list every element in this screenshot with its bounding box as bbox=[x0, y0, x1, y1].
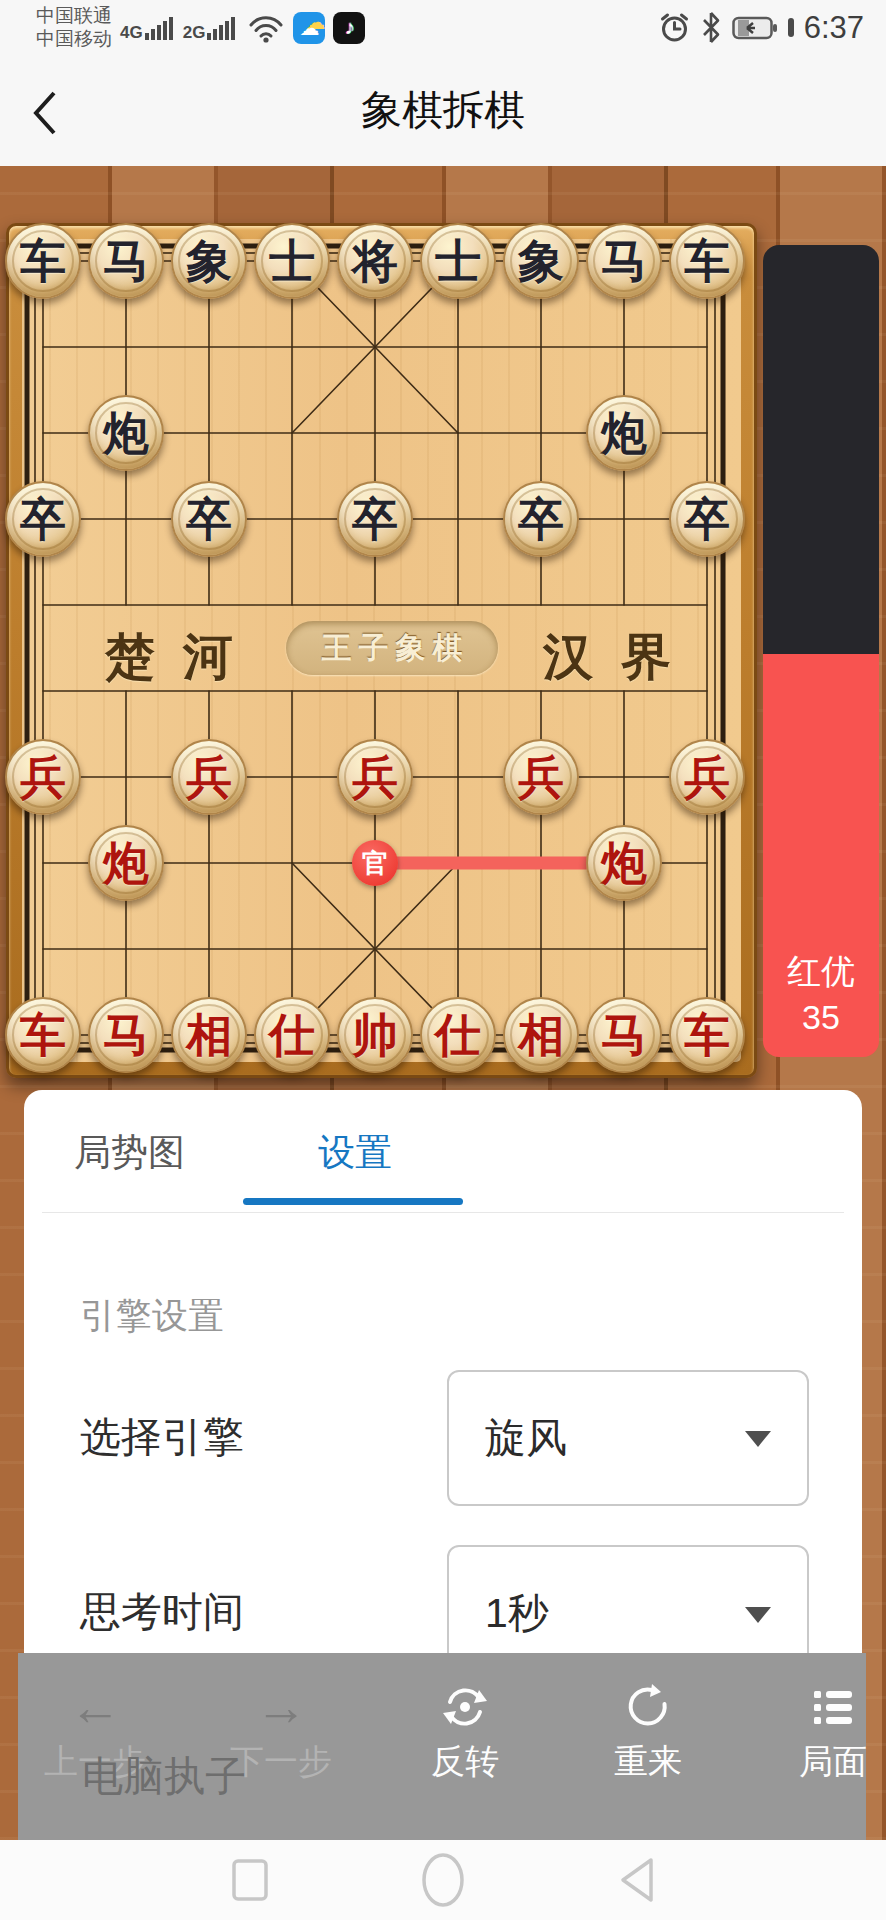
carrier-names: 中国联通 中国移动 bbox=[36, 5, 112, 51]
engine-settings-section-label: 引擎设置 bbox=[80, 1292, 224, 1341]
piece-glyph: 兵 bbox=[684, 754, 730, 800]
river-text-left: 楚河 bbox=[105, 624, 261, 691]
recents-square-icon[interactable] bbox=[230, 1857, 270, 1903]
eval-side-label: 红优 bbox=[763, 949, 879, 995]
tab-divider bbox=[42, 1212, 844, 1213]
piece-black-n-f1r0[interactable]: 马 bbox=[88, 223, 164, 299]
status-bar: 中国联通 中国移动 4G 2G ☁ ♪ bbox=[0, 0, 886, 55]
bluetooth-icon bbox=[700, 12, 722, 43]
network-type-2: 2G bbox=[183, 24, 206, 41]
piece-glyph: 兵 bbox=[20, 754, 66, 800]
piece-red-p-f2r6[interactable]: 兵 bbox=[171, 739, 247, 815]
engine-select-label: 选择引擎 bbox=[80, 1410, 244, 1465]
piece-glyph: 卒 bbox=[186, 496, 232, 542]
restart-button[interactable]: 重来 bbox=[568, 1679, 728, 1785]
eval-black-segment bbox=[763, 245, 879, 654]
status-time: 6:37 bbox=[804, 10, 864, 46]
piece-glyph: 士 bbox=[269, 238, 315, 284]
screen: 中国联通 中国移动 4G 2G ☁ ♪ bbox=[0, 0, 886, 1920]
position-list-icon bbox=[808, 1685, 858, 1729]
piece-red-b-f6r9[interactable]: 相 bbox=[503, 997, 579, 1073]
flip-refresh-icon bbox=[440, 1682, 490, 1732]
restart-icon bbox=[623, 1682, 673, 1732]
eval-value: 35 bbox=[763, 995, 879, 1041]
piece-red-p-f6r6[interactable]: 兵 bbox=[503, 739, 579, 815]
piece-black-k-f4r0[interactable]: 将 bbox=[337, 223, 413, 299]
tab-settings[interactable]: 设置 bbox=[318, 1128, 392, 1178]
piece-black-a-f5r0[interactable]: 士 bbox=[420, 223, 496, 299]
piece-black-p-f4r3[interactable]: 卒 bbox=[337, 481, 413, 557]
bottom-toolbar: 电脑执子 ← 上一步 → 下一步 反转 bbox=[18, 1653, 866, 1840]
carrier-2: 中国移动 bbox=[36, 28, 112, 51]
piece-black-p-f0r3[interactable]: 卒 bbox=[5, 481, 81, 557]
piece-glyph: 象 bbox=[186, 238, 232, 284]
piece-glyph: 相 bbox=[518, 1012, 564, 1058]
title-bar: 象棋拆棋 bbox=[0, 55, 886, 166]
best-move-badge: 官 bbox=[352, 840, 398, 886]
piece-red-b-f2r9[interactable]: 相 bbox=[171, 997, 247, 1073]
eval-red-segment: 红优 35 bbox=[763, 654, 879, 1057]
signal-bars-icon bbox=[145, 14, 175, 41]
piece-black-p-f8r3[interactable]: 卒 bbox=[669, 481, 745, 557]
battery-level-bar bbox=[788, 18, 794, 37]
piece-red-n-f7r9[interactable]: 马 bbox=[586, 997, 662, 1073]
piece-glyph: 象 bbox=[518, 238, 564, 284]
piece-glyph: 马 bbox=[103, 1012, 149, 1058]
piece-glyph: 车 bbox=[20, 238, 66, 284]
engine-select-dropdown[interactable]: 旋风 bbox=[447, 1370, 809, 1506]
piece-red-p-f0r6[interactable]: 兵 bbox=[5, 739, 81, 815]
piece-red-c-f1r7[interactable]: 炮 bbox=[88, 825, 164, 901]
piece-glyph: 卒 bbox=[20, 496, 66, 542]
piece-glyph: 卒 bbox=[684, 496, 730, 542]
think-time-label: 思考时间 bbox=[80, 1585, 244, 1640]
piece-glyph: 士 bbox=[435, 238, 481, 284]
piece-black-r-f8r0[interactable]: 车 bbox=[669, 223, 745, 299]
network-type-1: 4G bbox=[120, 24, 143, 41]
river-plaque: 王子象棋 bbox=[286, 621, 498, 675]
home-circle-icon[interactable] bbox=[419, 1851, 467, 1909]
flip-board-label: 反转 bbox=[431, 1739, 499, 1785]
computer-side-label-partially-hidden: 电脑执子 bbox=[82, 1749, 246, 1804]
page-title: 象棋拆棋 bbox=[0, 55, 886, 166]
signal-group-2: 2G bbox=[183, 14, 238, 41]
piece-glyph: 卒 bbox=[518, 496, 564, 542]
piece-red-p-f4r6[interactable]: 兵 bbox=[337, 739, 413, 815]
piece-glyph: 马 bbox=[103, 238, 149, 284]
piece-glyph: 帅 bbox=[352, 1012, 398, 1058]
piece-black-a-f3r0[interactable]: 士 bbox=[254, 223, 330, 299]
piece-black-c-f7r2[interactable]: 炮 bbox=[586, 395, 662, 471]
piece-red-a-f3r9[interactable]: 仕 bbox=[254, 997, 330, 1073]
signal-group-1: 4G bbox=[120, 14, 175, 41]
alarm-icon bbox=[659, 12, 690, 43]
piece-red-c-f7r7[interactable]: 炮 bbox=[586, 825, 662, 901]
piece-black-r-f0r0[interactable]: 车 bbox=[5, 223, 81, 299]
arrow-left-icon: ← bbox=[69, 1681, 121, 1733]
piece-glyph: 兵 bbox=[352, 754, 398, 800]
restart-label: 重来 bbox=[614, 1739, 682, 1785]
piece-glyph: 炮 bbox=[103, 840, 149, 886]
wifi-icon bbox=[247, 13, 285, 43]
piece-glyph: 兵 bbox=[518, 754, 564, 800]
piece-red-n-f1r9[interactable]: 马 bbox=[88, 997, 164, 1073]
chevron-down-icon bbox=[745, 1431, 771, 1447]
piece-glyph: 卒 bbox=[352, 496, 398, 542]
piece-red-r-f0r9[interactable]: 车 bbox=[5, 997, 81, 1073]
signal-bars-icon bbox=[207, 14, 237, 41]
active-tab-underline bbox=[243, 1198, 463, 1205]
tiktok-app-icon: ♪ bbox=[333, 12, 365, 44]
piece-glyph: 马 bbox=[601, 1012, 647, 1058]
piece-glyph: 炮 bbox=[601, 410, 647, 456]
piece-red-p-f8r6[interactable]: 兵 bbox=[669, 739, 745, 815]
tab-situation-map[interactable]: 局势图 bbox=[74, 1128, 185, 1178]
chevron-down-icon bbox=[745, 1607, 771, 1623]
piece-glyph: 马 bbox=[601, 238, 647, 284]
river-plaque-text: 王子象棋 bbox=[315, 628, 470, 669]
position-list-button[interactable]: 局面 bbox=[753, 1679, 886, 1785]
position-list-label: 局面 bbox=[799, 1739, 867, 1785]
piece-glyph: 仕 bbox=[435, 1012, 481, 1058]
flip-board-button[interactable]: 反转 bbox=[385, 1679, 545, 1785]
piece-glyph: 车 bbox=[684, 238, 730, 284]
carrier-1: 中国联通 bbox=[36, 5, 112, 28]
piece-red-r-f8r9[interactable]: 车 bbox=[669, 997, 745, 1073]
engine-select-value: 旋风 bbox=[485, 1372, 567, 1504]
river-text-right: 汉界 bbox=[543, 624, 699, 691]
piece-red-k-f4r9[interactable]: 帅 bbox=[337, 997, 413, 1073]
piece-black-b-f2r0[interactable]: 象 bbox=[171, 223, 247, 299]
piece-black-n-f7r0[interactable]: 马 bbox=[586, 223, 662, 299]
piece-black-p-f6r3[interactable]: 卒 bbox=[503, 481, 579, 557]
evaluation-bar: 红优 35 bbox=[763, 245, 879, 1057]
piece-black-p-f2r3[interactable]: 卒 bbox=[171, 481, 247, 557]
android-nav-bar bbox=[0, 1840, 886, 1920]
piece-glyph: 车 bbox=[20, 1012, 66, 1058]
arrow-right-icon: → bbox=[255, 1681, 307, 1733]
piece-glyph: 车 bbox=[684, 1012, 730, 1058]
piece-red-a-f5r9[interactable]: 仕 bbox=[420, 997, 496, 1073]
xiangqi-board[interactable]: 楚河 汉界 王子象棋 车马象士将士象马车炮炮卒卒卒卒卒兵兵兵兵兵炮炮车马相仕帅仕… bbox=[6, 223, 757, 1078]
piece-black-c-f1r2[interactable]: 炮 bbox=[88, 395, 164, 471]
eval-label: 红优 35 bbox=[763, 949, 879, 1041]
piece-glyph: 炮 bbox=[103, 410, 149, 456]
piece-glyph: 兵 bbox=[186, 754, 232, 800]
back-triangle-icon[interactable] bbox=[615, 1854, 659, 1906]
piece-black-b-f6r0[interactable]: 象 bbox=[503, 223, 579, 299]
piece-glyph: 相 bbox=[186, 1012, 232, 1058]
piece-glyph: 炮 bbox=[601, 840, 647, 886]
piece-glyph: 仕 bbox=[269, 1012, 315, 1058]
piece-glyph: 将 bbox=[352, 238, 398, 284]
weather-app-icon: ☁ bbox=[293, 12, 325, 44]
battery-icon bbox=[732, 15, 778, 41]
